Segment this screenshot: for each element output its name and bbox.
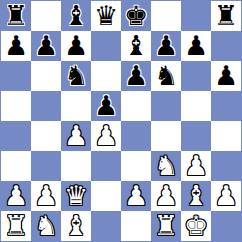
- piece-black-pawn[interactable]: ♟: [124, 61, 148, 91]
- piece-black-bishop[interactable]: ♝: [124, 31, 148, 61]
- piece-black-rook[interactable]: ♜: [4, 1, 28, 31]
- square-g3[interactable]: ♟: [181, 151, 211, 181]
- piece-white-pawn[interactable]: ♟: [4, 181, 28, 211]
- square-e1[interactable]: [121, 211, 151, 241]
- square-a7[interactable]: ♟: [1, 31, 31, 61]
- square-h5[interactable]: [211, 91, 241, 121]
- square-c7[interactable]: ♟: [61, 31, 91, 61]
- square-h1[interactable]: [211, 211, 241, 241]
- square-d1[interactable]: [91, 211, 121, 241]
- square-c3[interactable]: [61, 151, 91, 181]
- square-a8[interactable]: ♜: [1, 1, 31, 31]
- square-f2[interactable]: ♟: [151, 181, 181, 211]
- square-g7[interactable]: ♟: [181, 31, 211, 61]
- piece-black-pawn[interactable]: ♟: [34, 31, 58, 61]
- square-c2[interactable]: ♛: [61, 181, 91, 211]
- square-h6[interactable]: ♟: [211, 61, 241, 91]
- piece-black-rook[interactable]: ♜: [214, 1, 238, 31]
- square-b6[interactable]: [31, 61, 61, 91]
- square-a1[interactable]: ♜: [1, 211, 31, 241]
- square-f4[interactable]: [151, 121, 181, 151]
- square-f1[interactable]: ♜: [151, 211, 181, 241]
- piece-black-knight[interactable]: ♞: [154, 61, 178, 91]
- piece-black-pawn[interactable]: ♟: [4, 31, 28, 61]
- square-h3[interactable]: [211, 151, 241, 181]
- square-d4[interactable]: ♟: [91, 121, 121, 151]
- square-e3[interactable]: [121, 151, 151, 181]
- square-g4[interactable]: [181, 121, 211, 151]
- square-a6[interactable]: [1, 61, 31, 91]
- piece-white-pawn[interactable]: ♟: [184, 151, 208, 181]
- square-b7[interactable]: ♟: [31, 31, 61, 61]
- piece-black-pawn[interactable]: ♟: [64, 31, 88, 61]
- piece-white-rook[interactable]: ♜: [154, 211, 178, 241]
- square-b2[interactable]: ♟: [31, 181, 61, 211]
- square-c4[interactable]: ♟: [61, 121, 91, 151]
- square-b8[interactable]: [31, 1, 61, 31]
- square-g8[interactable]: [181, 1, 211, 31]
- piece-white-pawn[interactable]: ♟: [124, 181, 148, 211]
- chess-app: ♜♝♛♚♜♟♟♟♝♟♟♞♟♞♟♟♟♟♞♟♟♟♛♟♟♝♟♜♞♝♜♚: [0, 0, 242, 242]
- piece-black-pawn[interactable]: ♟: [214, 61, 238, 91]
- piece-black-bishop[interactable]: ♝: [64, 1, 88, 31]
- square-h4[interactable]: [211, 121, 241, 151]
- square-b1[interactable]: ♞: [31, 211, 61, 241]
- square-a2[interactable]: ♟: [1, 181, 31, 211]
- square-e8[interactable]: ♚: [121, 1, 151, 31]
- piece-black-pawn[interactable]: ♟: [184, 31, 208, 61]
- square-h2[interactable]: ♟: [211, 181, 241, 211]
- square-g1[interactable]: ♚: [181, 211, 211, 241]
- square-e4[interactable]: [121, 121, 151, 151]
- piece-white-knight[interactable]: ♞: [154, 151, 178, 181]
- square-d3[interactable]: [91, 151, 121, 181]
- piece-white-bishop[interactable]: ♝: [64, 211, 88, 241]
- piece-black-pawn[interactable]: ♟: [94, 91, 118, 121]
- piece-white-rook[interactable]: ♜: [4, 211, 28, 241]
- square-e7[interactable]: ♝: [121, 31, 151, 61]
- square-a3[interactable]: [1, 151, 31, 181]
- piece-white-queen[interactable]: ♛: [64, 181, 88, 211]
- piece-black-knight[interactable]: ♞: [64, 61, 88, 91]
- piece-black-pawn[interactable]: ♟: [154, 31, 178, 61]
- square-g6[interactable]: [181, 61, 211, 91]
- piece-white-pawn[interactable]: ♟: [214, 181, 238, 211]
- square-h7[interactable]: [211, 31, 241, 61]
- square-c5[interactable]: [61, 91, 91, 121]
- chess-board: ♜♝♛♚♜♟♟♟♝♟♟♞♟♞♟♟♟♟♞♟♟♟♛♟♟♝♟♜♞♝♜♚: [0, 0, 242, 242]
- square-d6[interactable]: [91, 61, 121, 91]
- square-d7[interactable]: [91, 31, 121, 61]
- piece-white-knight[interactable]: ♞: [34, 211, 58, 241]
- square-c1[interactable]: ♝: [61, 211, 91, 241]
- piece-white-pawn[interactable]: ♟: [94, 121, 118, 151]
- square-a4[interactable]: [1, 121, 31, 151]
- square-f6[interactable]: ♞: [151, 61, 181, 91]
- square-f3[interactable]: ♞: [151, 151, 181, 181]
- square-h8[interactable]: ♜: [211, 1, 241, 31]
- square-f5[interactable]: [151, 91, 181, 121]
- square-g2[interactable]: ♝: [181, 181, 211, 211]
- square-g5[interactable]: [181, 91, 211, 121]
- piece-black-king[interactable]: ♚: [124, 1, 148, 31]
- square-b4[interactable]: [31, 121, 61, 151]
- square-e5[interactable]: [121, 91, 151, 121]
- square-c8[interactable]: ♝: [61, 1, 91, 31]
- square-b3[interactable]: [31, 151, 61, 181]
- piece-white-pawn[interactable]: ♟: [154, 181, 178, 211]
- square-d8[interactable]: ♛: [91, 1, 121, 31]
- piece-white-king[interactable]: ♚: [184, 211, 208, 241]
- piece-white-pawn[interactable]: ♟: [34, 181, 58, 211]
- piece-white-bishop[interactable]: ♝: [184, 181, 208, 211]
- square-f8[interactable]: [151, 1, 181, 31]
- square-e6[interactable]: ♟: [121, 61, 151, 91]
- square-b5[interactable]: [31, 91, 61, 121]
- piece-white-pawn[interactable]: ♟: [64, 121, 88, 151]
- square-d2[interactable]: [91, 181, 121, 211]
- piece-black-queen[interactable]: ♛: [94, 1, 118, 31]
- square-e2[interactable]: ♟: [121, 181, 151, 211]
- square-f7[interactable]: ♟: [151, 31, 181, 61]
- square-a5[interactable]: [1, 91, 31, 121]
- square-d5[interactable]: ♟: [91, 91, 121, 121]
- square-c6[interactable]: ♞: [61, 61, 91, 91]
